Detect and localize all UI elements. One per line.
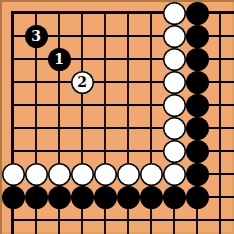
white-stone xyxy=(163,71,186,94)
go-board[interactable]: 312 xyxy=(0,0,234,234)
black-stone: 3 xyxy=(25,25,48,48)
white-stone xyxy=(163,163,186,186)
black-stone xyxy=(163,186,186,209)
white-stone xyxy=(163,25,186,48)
black-stone xyxy=(71,186,94,209)
white-stone xyxy=(163,48,186,71)
black-stone: 1 xyxy=(48,48,71,71)
black-stone xyxy=(186,2,209,25)
white-stone xyxy=(71,163,94,186)
black-stone xyxy=(117,186,140,209)
black-stone xyxy=(25,186,48,209)
white-stone xyxy=(163,2,186,25)
white-stone xyxy=(140,163,163,186)
black-stone xyxy=(186,71,209,94)
go-diagram: 312 xyxy=(0,0,234,234)
black-stone xyxy=(186,117,209,140)
white-stone xyxy=(163,94,186,117)
black-stone xyxy=(48,186,71,209)
white-stone xyxy=(25,163,48,186)
white-stone xyxy=(163,140,186,163)
white-stone xyxy=(94,163,117,186)
black-stone xyxy=(186,186,209,209)
white-stone xyxy=(163,117,186,140)
white-stone: 2 xyxy=(71,71,94,94)
black-stone xyxy=(186,163,209,186)
move-number-label: 3 xyxy=(31,29,41,43)
white-stone xyxy=(48,163,71,186)
move-number-label: 2 xyxy=(77,75,87,89)
black-stone xyxy=(2,186,25,209)
black-stone xyxy=(186,140,209,163)
move-number-label: 1 xyxy=(54,52,64,66)
black-stone xyxy=(186,25,209,48)
black-stone xyxy=(186,94,209,117)
black-stone xyxy=(140,186,163,209)
white-stone xyxy=(117,163,140,186)
black-stone xyxy=(94,186,117,209)
black-stone xyxy=(186,48,209,71)
white-stone xyxy=(2,163,25,186)
